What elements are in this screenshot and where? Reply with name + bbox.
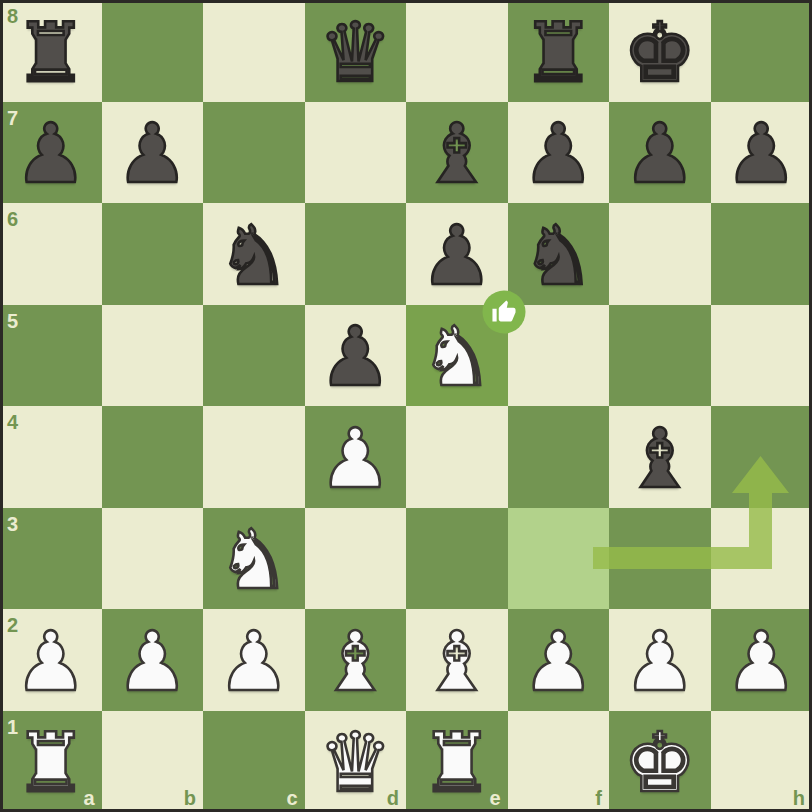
square-f3[interactable] xyxy=(508,508,610,610)
black-bishop[interactable]: ♝ xyxy=(420,113,494,195)
square-h8[interactable] xyxy=(711,0,812,102)
square-g7[interactable]: ♟ xyxy=(609,102,711,204)
file-label-d: d xyxy=(387,788,399,808)
square-h6[interactable] xyxy=(711,203,812,305)
square-f1[interactable]: f xyxy=(508,711,610,812)
square-c4[interactable] xyxy=(203,406,305,508)
rank-label-1: 1 xyxy=(7,717,18,737)
black-pawn[interactable]: ♟ xyxy=(623,113,697,195)
file-label-f: f xyxy=(595,788,602,808)
white-queen[interactable]: ♛ xyxy=(318,722,392,804)
square-d1[interactable]: ♛d xyxy=(305,711,407,812)
black-pawn[interactable]: ♟ xyxy=(521,113,595,195)
square-c3[interactable]: ♞ xyxy=(203,508,305,610)
rank-label-7: 7 xyxy=(7,108,18,128)
square-c2[interactable]: ♟ xyxy=(203,609,305,711)
square-g8[interactable]: ♚ xyxy=(609,0,711,102)
square-h4[interactable] xyxy=(711,406,812,508)
square-a2[interactable]: ♟2 xyxy=(0,609,102,711)
square-d5[interactable]: ♟ xyxy=(305,305,407,407)
white-pawn[interactable]: ♟ xyxy=(14,621,88,703)
white-rook[interactable]: ♜ xyxy=(14,722,88,804)
rank-label-2: 2 xyxy=(7,615,18,635)
square-b8[interactable] xyxy=(102,0,204,102)
file-label-c: c xyxy=(286,788,297,808)
black-bishop[interactable]: ♝ xyxy=(623,418,697,500)
black-pawn[interactable]: ♟ xyxy=(115,113,189,195)
square-c1[interactable]: c xyxy=(203,711,305,812)
square-e8[interactable] xyxy=(406,0,508,102)
black-pawn[interactable]: ♟ xyxy=(318,316,392,398)
square-e7[interactable]: ♝ xyxy=(406,102,508,204)
white-king[interactable]: ♚ xyxy=(623,722,697,804)
square-a7[interactable]: ♟7 xyxy=(0,102,102,204)
black-pawn[interactable]: ♟ xyxy=(14,113,88,195)
chess-board: ♜8♛♜♚♟7♟♝♟♟♟6♞♟♞5♟♞4♟♝3♞♟2♟♟♝♝♟♟♟♜1abc♛d… xyxy=(0,0,812,812)
file-label-a: a xyxy=(83,788,94,808)
square-f8[interactable]: ♜ xyxy=(508,0,610,102)
file-label-b: b xyxy=(184,788,196,808)
black-rook[interactable]: ♜ xyxy=(14,12,88,94)
white-knight[interactable]: ♞ xyxy=(217,519,291,601)
square-d7[interactable] xyxy=(305,102,407,204)
white-pawn[interactable]: ♟ xyxy=(521,621,595,703)
black-rook[interactable]: ♜ xyxy=(521,12,595,94)
square-d2[interactable]: ♝ xyxy=(305,609,407,711)
rank-label-3: 3 xyxy=(7,514,18,534)
square-c8[interactable] xyxy=(203,0,305,102)
rank-label-6: 6 xyxy=(7,209,18,229)
square-g3[interactable] xyxy=(609,508,711,610)
square-h1[interactable]: h xyxy=(711,711,812,812)
square-d3[interactable] xyxy=(305,508,407,610)
square-a4[interactable]: 4 xyxy=(0,406,102,508)
chess-board-container: ♜8♛♜♚♟7♟♝♟♟♟6♞♟♞5♟♞4♟♝3♞♟2♟♟♝♝♟♟♟♜1abc♛d… xyxy=(0,0,812,812)
square-b1[interactable]: b xyxy=(102,711,204,812)
square-h7[interactable]: ♟ xyxy=(711,102,812,204)
square-b5[interactable] xyxy=(102,305,204,407)
square-h3[interactable] xyxy=(711,508,812,610)
black-knight[interactable]: ♞ xyxy=(521,215,595,297)
square-e2[interactable]: ♝ xyxy=(406,609,508,711)
rank-label-4: 4 xyxy=(7,412,18,432)
square-d8[interactable]: ♛ xyxy=(305,0,407,102)
square-b3[interactable] xyxy=(102,508,204,610)
square-g6[interactable] xyxy=(609,203,711,305)
white-pawn[interactable]: ♟ xyxy=(115,621,189,703)
black-king[interactable]: ♚ xyxy=(623,12,697,94)
square-a1[interactable]: ♜1a xyxy=(0,711,102,812)
white-bishop[interactable]: ♝ xyxy=(420,621,494,703)
white-pawn[interactable]: ♟ xyxy=(318,418,392,500)
square-b2[interactable]: ♟ xyxy=(102,609,204,711)
square-a5[interactable]: 5 xyxy=(0,305,102,407)
file-label-h: h xyxy=(793,788,805,808)
black-pawn[interactable]: ♟ xyxy=(420,215,494,297)
square-f6[interactable]: ♞ xyxy=(508,203,610,305)
rank-label-8: 8 xyxy=(7,6,18,26)
file-label-g: g xyxy=(691,788,703,808)
white-pawn[interactable]: ♟ xyxy=(724,621,798,703)
white-bishop[interactable]: ♝ xyxy=(318,621,392,703)
square-h2[interactable]: ♟ xyxy=(711,609,812,711)
file-label-e: e xyxy=(489,788,500,808)
white-pawn[interactable]: ♟ xyxy=(623,621,697,703)
square-c5[interactable] xyxy=(203,305,305,407)
square-b4[interactable] xyxy=(102,406,204,508)
square-b7[interactable]: ♟ xyxy=(102,102,204,204)
square-a3[interactable]: 3 xyxy=(0,508,102,610)
square-e5[interactable]: ♞ xyxy=(406,305,508,407)
square-e6[interactable]: ♟ xyxy=(406,203,508,305)
square-d6[interactable] xyxy=(305,203,407,305)
square-c7[interactable] xyxy=(203,102,305,204)
square-g2[interactable]: ♟ xyxy=(609,609,711,711)
square-a6[interactable]: 6 xyxy=(0,203,102,305)
white-knight[interactable]: ♞ xyxy=(420,316,494,398)
square-f4[interactable] xyxy=(508,406,610,508)
square-f5[interactable] xyxy=(508,305,610,407)
black-knight[interactable]: ♞ xyxy=(217,215,291,297)
black-queen[interactable]: ♛ xyxy=(318,12,392,94)
square-f7[interactable]: ♟ xyxy=(508,102,610,204)
square-g1[interactable]: ♚g xyxy=(609,711,711,812)
square-e1[interactable]: ♜e xyxy=(406,711,508,812)
square-g5[interactable] xyxy=(609,305,711,407)
square-g4[interactable]: ♝ xyxy=(609,406,711,508)
white-rook[interactable]: ♜ xyxy=(420,722,494,804)
black-pawn[interactable]: ♟ xyxy=(724,113,798,195)
square-a8[interactable]: ♜8 xyxy=(0,0,102,102)
square-f2[interactable]: ♟ xyxy=(508,609,610,711)
square-e3[interactable] xyxy=(406,508,508,610)
square-b6[interactable] xyxy=(102,203,204,305)
square-c6[interactable]: ♞ xyxy=(203,203,305,305)
white-pawn[interactable]: ♟ xyxy=(217,621,291,703)
square-h5[interactable] xyxy=(711,305,812,407)
square-d4[interactable]: ♟ xyxy=(305,406,407,508)
square-e4[interactable] xyxy=(406,406,508,508)
rank-label-5: 5 xyxy=(7,311,18,331)
